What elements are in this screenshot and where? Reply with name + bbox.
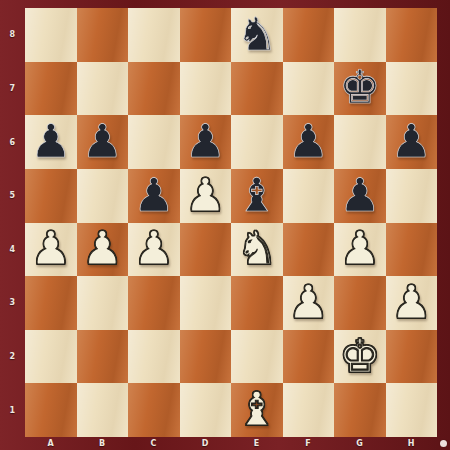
square-b1[interactable] [77,383,129,437]
rank-label-5: 5 [0,169,25,223]
square-c3[interactable] [128,276,180,330]
square-g7[interactable]: ♚ [334,62,386,116]
square-e4[interactable]: ♞ [231,223,283,277]
square-f6[interactable]: ♟ [283,115,335,169]
square-c7[interactable] [128,62,180,116]
chess-app: ♞♚♟♟♟♟♟♟♟♝♟♟♟♟♞♟♟♟♚♝ 87654321 ABCDEFGH [0,0,450,450]
black-pawn[interactable]: ♟ [30,118,71,164]
square-b4[interactable]: ♟ [77,223,129,277]
square-f4[interactable] [283,223,335,277]
square-g1[interactable] [334,383,386,437]
black-pawn[interactable]: ♟ [391,118,432,164]
black-pawn[interactable]: ♟ [339,172,380,218]
rank-label-3: 3 [0,276,25,330]
square-b2[interactable] [77,330,129,384]
file-label-h: H [386,437,438,450]
square-c6[interactable] [128,115,180,169]
square-d1[interactable] [180,383,232,437]
square-f7[interactable] [283,62,335,116]
square-d5[interactable]: ♟ [180,169,232,223]
rank-label-8: 8 [0,8,25,62]
square-e1[interactable]: ♝ [231,383,283,437]
square-f2[interactable] [283,330,335,384]
white-to-move-indicator [440,440,447,447]
rank-label-2: 2 [0,330,25,384]
black-king[interactable]: ♚ [339,64,380,110]
chess-board: ♞♚♟♟♟♟♟♟♟♝♟♟♟♟♞♟♟♟♚♝ [25,8,437,437]
square-a2[interactable] [25,330,77,384]
square-g2[interactable]: ♚ [334,330,386,384]
black-knight[interactable]: ♞ [236,11,277,57]
square-f3[interactable]: ♟ [283,276,335,330]
square-h6[interactable]: ♟ [386,115,438,169]
square-e2[interactable] [231,330,283,384]
square-h7[interactable] [386,62,438,116]
square-c5[interactable]: ♟ [128,169,180,223]
square-d8[interactable] [180,8,232,62]
file-label-a: A [25,437,77,450]
rank-label-1: 1 [0,383,25,437]
square-h4[interactable] [386,223,438,277]
square-c2[interactable] [128,330,180,384]
rank-labels: 87654321 [0,8,25,437]
square-h3[interactable]: ♟ [386,276,438,330]
file-label-d: D [180,437,232,450]
file-labels: ABCDEFGH [25,437,437,450]
square-b8[interactable] [77,8,129,62]
square-g5[interactable]: ♟ [334,169,386,223]
square-h1[interactable] [386,383,438,437]
white-pawn[interactable]: ♟ [339,225,380,271]
square-d2[interactable] [180,330,232,384]
black-bishop[interactable]: ♝ [236,172,277,218]
square-c8[interactable] [128,8,180,62]
file-label-f: F [283,437,335,450]
square-h5[interactable] [386,169,438,223]
square-a7[interactable] [25,62,77,116]
white-pawn[interactable]: ♟ [185,172,226,218]
white-pawn[interactable]: ♟ [82,225,123,271]
square-f8[interactable] [283,8,335,62]
square-c1[interactable] [128,383,180,437]
black-pawn[interactable]: ♟ [288,118,329,164]
white-knight[interactable]: ♞ [236,225,277,271]
square-e3[interactable] [231,276,283,330]
white-pawn[interactable]: ♟ [30,225,71,271]
file-label-b: B [77,437,129,450]
black-pawn[interactable]: ♟ [133,172,174,218]
square-h8[interactable] [386,8,438,62]
rank-label-4: 4 [0,223,25,277]
square-d7[interactable] [180,62,232,116]
square-g6[interactable] [334,115,386,169]
white-bishop[interactable]: ♝ [236,386,277,432]
square-b6[interactable]: ♟ [77,115,129,169]
square-a8[interactable] [25,8,77,62]
white-pawn[interactable]: ♟ [133,225,174,271]
square-a4[interactable]: ♟ [25,223,77,277]
square-g4[interactable]: ♟ [334,223,386,277]
black-pawn[interactable]: ♟ [82,118,123,164]
square-f5[interactable] [283,169,335,223]
square-f1[interactable] [283,383,335,437]
file-label-g: G [334,437,386,450]
square-e8[interactable]: ♞ [231,8,283,62]
file-label-e: E [231,437,283,450]
square-a5[interactable] [25,169,77,223]
rank-label-7: 7 [0,62,25,116]
square-b7[interactable] [77,62,129,116]
square-b3[interactable] [77,276,129,330]
square-d3[interactable] [180,276,232,330]
square-a1[interactable] [25,383,77,437]
square-a6[interactable]: ♟ [25,115,77,169]
black-pawn[interactable]: ♟ [185,118,226,164]
white-pawn[interactable]: ♟ [288,279,329,325]
square-a3[interactable] [25,276,77,330]
rank-label-6: 6 [0,115,25,169]
white-pawn[interactable]: ♟ [391,279,432,325]
square-e5[interactable]: ♝ [231,169,283,223]
square-b5[interactable] [77,169,129,223]
square-d6[interactable]: ♟ [180,115,232,169]
file-label-c: C [128,437,180,450]
square-e7[interactable] [231,62,283,116]
square-e6[interactable] [231,115,283,169]
square-g8[interactable] [334,8,386,62]
square-c4[interactable]: ♟ [128,223,180,277]
square-h2[interactable] [386,330,438,384]
square-d4[interactable] [180,223,232,277]
white-king[interactable]: ♚ [339,333,380,379]
square-g3[interactable] [334,276,386,330]
